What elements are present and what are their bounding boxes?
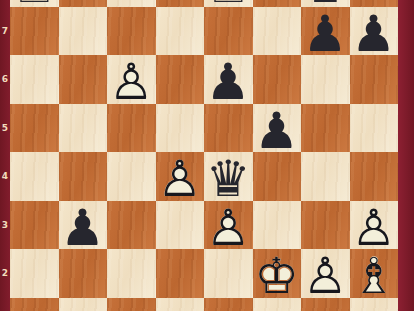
piece-white-pawn: ♟♙ — [107, 58, 156, 107]
square-b2[interactable] — [59, 249, 108, 298]
square-g4[interactable] — [301, 152, 350, 201]
rank-label-5: 5 — [0, 122, 10, 134]
piece-white-pawn: ♟♙ — [301, 252, 350, 301]
square-d6[interactable] — [156, 55, 205, 104]
square-e7[interactable] — [204, 7, 253, 56]
square-a3[interactable] — [10, 201, 59, 250]
square-c5[interactable] — [107, 104, 156, 153]
square-b5[interactable] — [59, 104, 108, 153]
chess-diagram: ♜♜♚♟♟♟♙♟♟♟♙♛♟♟♙♟♙♚♔♟♙♝♗ 765432 — [0, 0, 414, 311]
square-h4[interactable] — [350, 152, 399, 201]
square-c4[interactable] — [107, 152, 156, 201]
square-d4[interactable]: ♟♙ — [156, 152, 205, 201]
square-a6[interactable] — [10, 55, 59, 104]
square-h7[interactable]: ♟ — [350, 7, 399, 56]
piece-white-bishop: ♝♗ — [350, 252, 399, 301]
piece-white-pawn: ♟♙ — [204, 204, 253, 253]
square-a1[interactable] — [10, 298, 59, 311]
square-f6[interactable] — [253, 55, 302, 104]
piece-black-queen: ♛ — [204, 155, 253, 204]
square-b3[interactable]: ♟ — [59, 201, 108, 250]
piece-black-pawn: ♟ — [350, 10, 399, 59]
rank-label-2: 2 — [0, 267, 10, 279]
rank-label-3: 3 — [0, 219, 10, 231]
piece-black-pawn: ♟ — [301, 10, 350, 59]
square-d2[interactable] — [156, 249, 205, 298]
square-d3[interactable] — [156, 201, 205, 250]
square-c2[interactable] — [107, 249, 156, 298]
square-e4[interactable]: ♛ — [204, 152, 253, 201]
square-c3[interactable] — [107, 201, 156, 250]
rank-label-4: 4 — [0, 170, 10, 182]
square-h5[interactable] — [350, 104, 399, 153]
square-f7[interactable] — [253, 7, 302, 56]
square-d7[interactable] — [156, 7, 205, 56]
square-g6[interactable] — [301, 55, 350, 104]
square-a4[interactable] — [10, 152, 59, 201]
square-e5[interactable] — [204, 104, 253, 153]
chess-board: ♜♜♚♟♟♟♙♟♟♟♙♛♟♟♙♟♙♚♔♟♙♝♗ — [10, 0, 398, 311]
square-d5[interactable] — [156, 104, 205, 153]
square-b1[interactable] — [59, 298, 108, 311]
rank-label-7: 7 — [0, 25, 10, 37]
square-f5[interactable]: ♟ — [253, 104, 302, 153]
square-h2[interactable]: ♝♗ — [350, 249, 399, 298]
piece-black-pawn: ♟ — [59, 204, 108, 253]
piece-white-pawn: ♟♙ — [156, 155, 205, 204]
square-h3[interactable]: ♟♙ — [350, 201, 399, 250]
piece-black-pawn: ♟ — [253, 107, 302, 156]
square-d1[interactable] — [156, 298, 205, 311]
square-e1[interactable] — [204, 298, 253, 311]
square-a7[interactable] — [10, 7, 59, 56]
square-c7[interactable] — [107, 7, 156, 56]
square-g5[interactable] — [301, 104, 350, 153]
square-e2[interactable] — [204, 249, 253, 298]
square-b6[interactable] — [59, 55, 108, 104]
square-g3[interactable] — [301, 201, 350, 250]
square-c1[interactable] — [107, 298, 156, 311]
square-f3[interactable] — [253, 201, 302, 250]
square-e3[interactable]: ♟♙ — [204, 201, 253, 250]
square-g2[interactable]: ♟♙ — [301, 249, 350, 298]
square-g1[interactable] — [301, 298, 350, 311]
square-f1[interactable] — [253, 298, 302, 311]
square-h1[interactable] — [350, 298, 399, 311]
square-a2[interactable] — [10, 249, 59, 298]
square-a5[interactable] — [10, 104, 59, 153]
piece-white-pawn: ♟♙ — [350, 204, 399, 253]
square-g7[interactable]: ♟ — [301, 7, 350, 56]
square-b4[interactable] — [59, 152, 108, 201]
square-c6[interactable]: ♟♙ — [107, 55, 156, 104]
square-f2[interactable]: ♚♔ — [253, 249, 302, 298]
piece-white-king: ♚♔ — [253, 252, 302, 301]
square-h6[interactable] — [350, 55, 399, 104]
rank-label-6: 6 — [0, 73, 10, 85]
square-b7[interactable] — [59, 7, 108, 56]
square-f4[interactable] — [253, 152, 302, 201]
square-e6[interactable]: ♟ — [204, 55, 253, 104]
piece-black-pawn: ♟ — [204, 58, 253, 107]
